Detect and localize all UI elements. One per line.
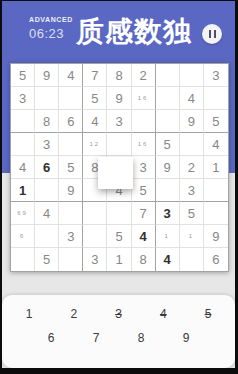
sudoku-cell-r1c2[interactable]: 9	[35, 64, 59, 87]
given-digit: 6	[67, 115, 74, 128]
sudoku-cell-r1c7[interactable]	[156, 64, 180, 87]
given-digit: 4	[91, 115, 98, 128]
sudoku-cell-r9c8[interactable]	[180, 248, 204, 271]
pencil-notes: 6	[20, 233, 25, 239]
given-digit: 3	[91, 253, 98, 266]
given-digit: 9	[164, 161, 171, 174]
sudoku-cell-r5c1[interactable]: 4	[11, 156, 35, 179]
sudoku-cell-r4c2[interactable]: 3	[35, 133, 59, 156]
numpad-button-6[interactable]: 6	[46, 331, 56, 345]
given-digit: 4	[188, 92, 195, 105]
sudoku-cell-r5c3[interactable]: 5	[59, 156, 83, 179]
given-digit: 5	[91, 92, 98, 105]
sudoku-cell-r1c6[interactable]: 2	[132, 64, 156, 87]
sudoku-cell-r5c6[interactable]: 3	[132, 156, 156, 179]
sudoku-cell-r9c3[interactable]	[59, 248, 83, 271]
given-digit: 3	[139, 161, 146, 174]
app-title: 质感数独	[76, 13, 192, 51]
sudoku-cell-r1c1[interactable]: 5	[11, 64, 35, 87]
sudoku-cell-r9c5[interactable]: 1	[107, 248, 131, 271]
given-digit: 3	[188, 184, 195, 197]
sudoku-cell-r7c6[interactable]: 7	[132, 202, 156, 225]
sudoku-cell-r8c4[interactable]	[83, 225, 107, 248]
sudoku-cell-r1c9[interactable]: 3	[204, 64, 228, 87]
user-digit: 4	[139, 230, 146, 243]
sudoku-cell-r3c5[interactable]: 3	[107, 110, 131, 133]
numpad-button-5[interactable]: 5	[203, 307, 213, 321]
sudoku-cell-r3c2[interactable]: 8	[35, 110, 59, 133]
sudoku-cell-r1c3[interactable]: 4	[59, 64, 83, 87]
sudoku-cell-r7c8[interactable]: 5	[180, 202, 204, 225]
sudoku-cell-r6c7[interactable]	[156, 179, 180, 202]
numpad-button-7[interactable]: 7	[91, 331, 101, 345]
sudoku-cell-r6c3[interactable]: 9	[59, 179, 83, 202]
pencil-notes: 1	[189, 233, 194, 239]
difficulty-label: ADVANCED	[29, 16, 73, 23]
sudoku-cell-r6c1[interactable]: 1	[11, 179, 35, 202]
sudoku-cell-r6c9[interactable]	[204, 179, 228, 202]
given-digit: 5	[67, 161, 74, 174]
given-digit: 5	[188, 207, 195, 220]
given-digit: 7	[91, 69, 98, 82]
sudoku-cell-r2c8[interactable]: 4	[180, 87, 204, 110]
sudoku-cell-r7c1[interactable]: 69	[11, 202, 35, 225]
sudoku-cell-r4c9[interactable]: 4	[204, 133, 228, 156]
given-digit: 2	[188, 161, 195, 174]
sudoku-cell-r8c2[interactable]	[35, 225, 59, 248]
game-timer: 06:23	[29, 26, 64, 41]
sudoku-cell-r2c6[interactable]: 16	[132, 87, 156, 110]
sudoku-cell-r8c7[interactable]: 1	[156, 225, 180, 248]
sudoku-cell-r9c7[interactable]: 4	[156, 248, 180, 271]
user-digit: 1	[19, 184, 26, 197]
user-digit: 6	[43, 161, 50, 174]
given-digit: 5	[43, 253, 50, 266]
given-digit: 1	[212, 161, 219, 174]
sudoku-cell-r3c6[interactable]	[132, 110, 156, 133]
given-digit: 9	[43, 69, 50, 82]
sudoku-cell-r9c2[interactable]: 5	[35, 248, 59, 271]
sudoku-cell-r6c2[interactable]	[35, 179, 59, 202]
given-digit: 9	[188, 115, 195, 128]
given-digit: 4	[212, 138, 219, 151]
given-digit: 5	[212, 115, 219, 128]
given-digit: 5	[139, 184, 146, 197]
given-digit: 3	[212, 69, 219, 82]
given-digit: 4	[43, 207, 50, 220]
given-digit: 3	[19, 92, 26, 105]
pencil-notes: 16	[138, 95, 149, 101]
numpad-button-8[interactable]: 8	[136, 331, 146, 345]
sudoku-cell-r2c5[interactable]: 9	[107, 87, 131, 110]
pencil-notes: 1	[165, 233, 170, 239]
sudoku-cell-r3c1[interactable]	[11, 110, 35, 133]
sudoku-cell-r4c6[interactable]: 16	[132, 133, 156, 156]
given-digit: 9	[212, 230, 219, 243]
given-digit: 5	[164, 138, 171, 151]
sudoku-cell-r8c8[interactable]: 1	[180, 225, 204, 248]
given-digit: 9	[115, 92, 122, 105]
sudoku-cell-r9c1[interactable]	[11, 248, 35, 271]
given-digit: 9	[67, 184, 74, 197]
sudoku-cell-r1c8[interactable]	[180, 64, 204, 87]
given-digit: 8	[43, 115, 50, 128]
sudoku-cell-r2c3[interactable]	[59, 87, 83, 110]
given-digit: 8	[115, 69, 122, 82]
given-digit: 5	[115, 230, 122, 243]
sudoku-cell-r7c5[interactable]	[107, 202, 131, 225]
given-digit: 5	[19, 69, 26, 82]
given-digit: 1	[115, 253, 122, 266]
given-digit: 3	[115, 115, 122, 128]
sudoku-cell-r3c8[interactable]: 9	[180, 110, 204, 133]
sudoku-cell-r2c1[interactable]: 3	[11, 87, 35, 110]
pause-button[interactable]	[202, 24, 222, 44]
numpad-button-2[interactable]: 2	[69, 307, 79, 321]
given-digit: 2	[139, 69, 146, 82]
sudoku-cell-r8c1[interactable]: 6	[11, 225, 35, 248]
sudoku-cell-r6c8[interactable]: 3	[180, 179, 204, 202]
sudoku-cell-r3c3[interactable]: 6	[59, 110, 83, 133]
user-digit: 4	[164, 253, 171, 266]
keypad-row-1: 12345	[2, 295, 235, 321]
sudoku-cell-r7c3[interactable]	[59, 202, 83, 225]
numpad-button-3[interactable]: 3	[114, 307, 124, 321]
selected-cell-popup[interactable]	[98, 157, 133, 189]
sudoku-cell-r9c6[interactable]: 8	[132, 248, 156, 271]
given-digit: 3	[67, 230, 74, 243]
sudoku-cell-r4c7[interactable]: 5	[156, 133, 180, 156]
sudoku-cell-r8c6[interactable]: 4	[132, 225, 156, 248]
sudoku-app: ADVANCED 06:23 质感数独 59478233591648643953…	[2, 1, 235, 368]
sudoku-cell-r4c5[interactable]	[107, 133, 131, 156]
sudoku-cell-r5c2[interactable]: 6	[35, 156, 59, 179]
sudoku-cell-r2c4[interactable]: 5	[83, 87, 107, 110]
numpad-button-4[interactable]: 4	[158, 307, 168, 321]
sudoku-cell-r6c6[interactable]: 5	[132, 179, 156, 202]
sudoku-cell-r3c7[interactable]	[156, 110, 180, 133]
sudoku-cell-r8c5[interactable]: 5	[107, 225, 131, 248]
sudoku-cell-r5c9[interactable]: 1	[204, 156, 228, 179]
sudoku-cell-r5c8[interactable]: 2	[180, 156, 204, 179]
sudoku-cell-r4c3[interactable]	[59, 133, 83, 156]
sudoku-cell-r9c9[interactable]: 6	[204, 248, 228, 271]
sudoku-cell-r5c7[interactable]: 9	[156, 156, 180, 179]
given-digit: 4	[19, 161, 26, 174]
keypad-row-2: 6789	[2, 321, 235, 345]
sudoku-cell-r4c4[interactable]: 12	[83, 133, 107, 156]
sudoku-cell-r2c7[interactable]	[156, 87, 180, 110]
sudoku-cell-r8c3[interactable]: 3	[59, 225, 83, 248]
numpad-button-9[interactable]: 9	[181, 331, 191, 345]
sudoku-cell-r4c1[interactable]	[11, 133, 35, 156]
numpad-button-1[interactable]: 1	[24, 307, 34, 321]
sudoku-cell-r1c4[interactable]: 7	[83, 64, 107, 87]
given-digit: 4	[67, 69, 74, 82]
given-digit: 6	[212, 253, 219, 266]
sudoku-cell-r9c4[interactable]: 3	[83, 248, 107, 271]
sudoku-cell-r2c2[interactable]	[35, 87, 59, 110]
given-digit: 7	[139, 207, 146, 220]
pencil-notes: 12	[90, 141, 101, 147]
number-keypad: 123456789	[2, 295, 235, 368]
given-digit: 3	[43, 138, 50, 151]
sudoku-cell-r7c9[interactable]	[204, 202, 228, 225]
sudoku-cell-r7c7[interactable]: 3	[156, 202, 180, 225]
given-digit: 8	[139, 253, 146, 266]
sudoku-cell-r2c9[interactable]	[204, 87, 228, 110]
pause-icon	[209, 30, 216, 38]
sudoku-cell-r7c4[interactable]	[83, 202, 107, 225]
app-header: ADVANCED 06:23 质感数独	[2, 1, 235, 63]
sudoku-cell-r3c4[interactable]: 4	[83, 110, 107, 133]
sudoku-cell-r1c5[interactable]: 8	[107, 64, 131, 87]
sudoku-cell-r7c2[interactable]: 4	[35, 202, 59, 225]
pencil-notes: 16	[138, 141, 149, 147]
user-digit: 3	[164, 207, 171, 220]
pencil-notes: 69	[17, 210, 28, 216]
sudoku-cell-r3c9[interactable]: 5	[204, 110, 228, 133]
sudoku-cell-r8c9[interactable]: 9	[204, 225, 228, 248]
sudoku-cell-r4c8[interactable]	[180, 133, 204, 156]
